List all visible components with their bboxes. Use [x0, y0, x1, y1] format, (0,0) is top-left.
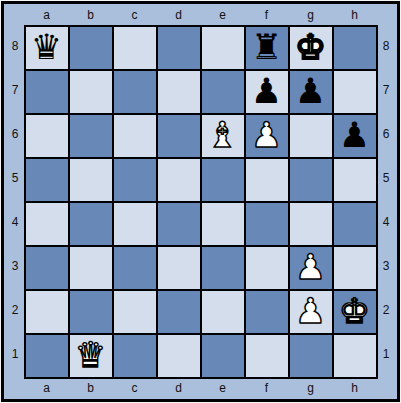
square-d1[interactable]: [158, 335, 200, 377]
square-a2[interactable]: [26, 291, 68, 333]
file-label-b: b: [70, 382, 112, 394]
square-d2[interactable]: [158, 291, 200, 333]
file-label-g: g: [290, 9, 332, 21]
square-h2[interactable]: ♚: [334, 291, 376, 333]
rank-label-5: 5: [383, 172, 390, 184]
chess-diagram: abcdefgh 87654321 ♛♜♚♟♟♝♟♟♟♟♚♛ 87654321 …: [0, 0, 401, 403]
file-label-h: h: [334, 382, 376, 394]
piece-white-king[interactable]: ♚: [339, 291, 370, 332]
rank-label-8: 8: [383, 40, 390, 52]
square-h6[interactable]: ♟: [334, 115, 376, 157]
coordinate-band: abcdefgh 87654321 ♛♜♚♟♟♝♟♟♟♟♚♛ 87654321 …: [4, 4, 397, 399]
rank-label-1: 1: [12, 348, 19, 360]
file-label-h: h: [334, 9, 376, 21]
square-g6[interactable]: [290, 115, 332, 157]
square-a8[interactable]: ♛: [26, 27, 68, 69]
square-h8[interactable]: [334, 27, 376, 69]
rank-labels-right: 87654321: [378, 25, 395, 379]
file-label-g: g: [290, 382, 332, 394]
square-h5[interactable]: [334, 159, 376, 201]
file-label-b: b: [70, 9, 112, 21]
square-e8[interactable]: [202, 27, 244, 69]
square-a1[interactable]: [26, 335, 68, 377]
square-a3[interactable]: [26, 247, 68, 289]
file-label-e: e: [202, 382, 244, 394]
square-b1[interactable]: ♛: [70, 335, 112, 377]
square-c4[interactable]: [114, 203, 156, 245]
piece-black-pawn[interactable]: ♟: [339, 115, 370, 156]
file-label-c: c: [114, 382, 156, 394]
square-f5[interactable]: [246, 159, 288, 201]
square-b8[interactable]: [70, 27, 112, 69]
square-f7[interactable]: ♟: [246, 71, 288, 113]
square-d8[interactable]: [158, 27, 200, 69]
piece-white-queen[interactable]: ♛: [75, 335, 106, 376]
square-c7[interactable]: [114, 71, 156, 113]
square-g1[interactable]: [290, 335, 332, 377]
square-g4[interactable]: [290, 203, 332, 245]
piece-white-pawn[interactable]: ♟: [295, 247, 326, 288]
square-g3[interactable]: ♟: [290, 247, 332, 289]
square-e7[interactable]: [202, 71, 244, 113]
piece-black-queen[interactable]: ♛: [31, 27, 62, 68]
square-g2[interactable]: ♟: [290, 291, 332, 333]
rank-labels-left: 87654321: [7, 25, 24, 379]
file-label-f: f: [246, 9, 288, 21]
square-d6[interactable]: [158, 115, 200, 157]
square-f3[interactable]: [246, 247, 288, 289]
square-e6[interactable]: ♝: [202, 115, 244, 157]
rank-label-8: 8: [12, 40, 19, 52]
square-e5[interactable]: [202, 159, 244, 201]
rank-label-6: 6: [12, 128, 19, 140]
square-h4[interactable]: [334, 203, 376, 245]
file-labels-top: abcdefgh: [26, 6, 376, 25]
square-e3[interactable]: [202, 247, 244, 289]
square-d7[interactable]: [158, 71, 200, 113]
file-label-a: a: [26, 382, 68, 394]
piece-white-pawn[interactable]: ♟: [251, 115, 282, 156]
rank-label-1: 1: [383, 348, 390, 360]
square-c5[interactable]: [114, 159, 156, 201]
square-e2[interactable]: [202, 291, 244, 333]
piece-black-rook[interactable]: ♜: [251, 27, 282, 68]
square-h7[interactable]: [334, 71, 376, 113]
square-a7[interactable]: [26, 71, 68, 113]
square-b5[interactable]: [70, 159, 112, 201]
rank-label-7: 7: [383, 84, 390, 96]
piece-white-bishop[interactable]: ♝: [207, 115, 238, 156]
square-c3[interactable]: [114, 247, 156, 289]
square-c6[interactable]: [114, 115, 156, 157]
square-b6[interactable]: [70, 115, 112, 157]
file-labels-bottom: abcdefgh: [26, 379, 376, 398]
square-h3[interactable]: [334, 247, 376, 289]
square-c1[interactable]: [114, 335, 156, 377]
piece-black-pawn[interactable]: ♟: [251, 71, 282, 112]
square-h1[interactable]: [334, 335, 376, 377]
square-d3[interactable]: [158, 247, 200, 289]
square-e1[interactable]: [202, 335, 244, 377]
rank-label-2: 2: [12, 304, 19, 316]
square-g8[interactable]: ♚: [290, 27, 332, 69]
square-g7[interactable]: ♟: [290, 71, 332, 113]
file-label-e: e: [202, 9, 244, 21]
file-label-d: d: [158, 382, 200, 394]
square-f1[interactable]: [246, 335, 288, 377]
square-b4[interactable]: [70, 203, 112, 245]
square-a5[interactable]: [26, 159, 68, 201]
square-d4[interactable]: [158, 203, 200, 245]
file-label-d: d: [158, 9, 200, 21]
square-b7[interactable]: [70, 71, 112, 113]
rank-label-3: 3: [383, 260, 390, 272]
board: ♛♜♚♟♟♝♟♟♟♟♚♛: [24, 25, 378, 379]
rank-label-3: 3: [12, 260, 19, 272]
piece-white-pawn[interactable]: ♟: [295, 291, 326, 332]
rank-label-7: 7: [12, 84, 19, 96]
piece-black-king[interactable]: ♚: [295, 27, 326, 68]
square-a4[interactable]: [26, 203, 68, 245]
file-label-f: f: [246, 382, 288, 394]
piece-black-pawn[interactable]: ♟: [295, 71, 326, 112]
rank-label-4: 4: [12, 216, 19, 228]
square-c8[interactable]: [114, 27, 156, 69]
square-g5[interactable]: [290, 159, 332, 201]
square-e4[interactable]: [202, 203, 244, 245]
rank-label-6: 6: [383, 128, 390, 140]
file-label-c: c: [114, 9, 156, 21]
square-a6[interactable]: [26, 115, 68, 157]
square-c2[interactable]: [114, 291, 156, 333]
rank-label-2: 2: [383, 304, 390, 316]
square-f6[interactable]: ♟: [246, 115, 288, 157]
rank-label-5: 5: [12, 172, 19, 184]
square-b3[interactable]: [70, 247, 112, 289]
rank-label-4: 4: [383, 216, 390, 228]
square-f2[interactable]: [246, 291, 288, 333]
square-f8[interactable]: ♜: [246, 27, 288, 69]
square-d5[interactable]: [158, 159, 200, 201]
square-b2[interactable]: [70, 291, 112, 333]
square-f4[interactable]: [246, 203, 288, 245]
file-label-a: a: [26, 9, 68, 21]
